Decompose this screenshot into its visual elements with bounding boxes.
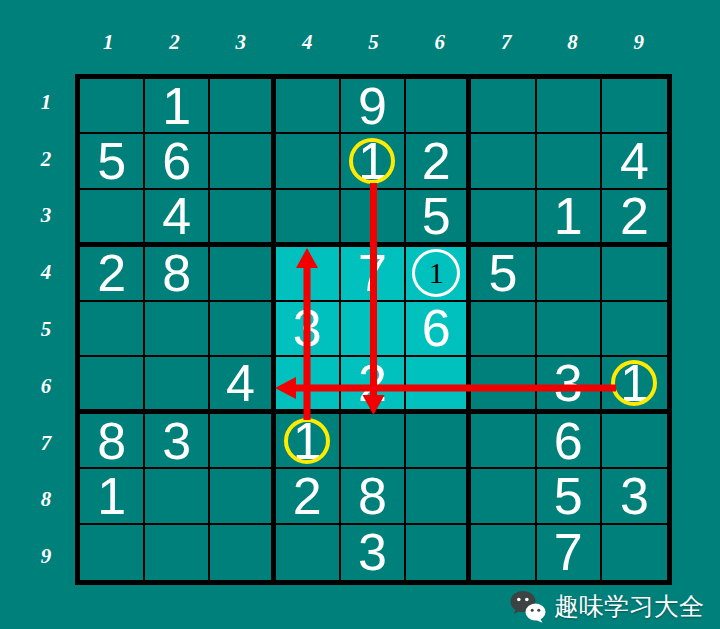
digit-r8c4: 2 [293, 470, 322, 522]
row-label-9: 9 [30, 528, 62, 585]
cell-r2c8[interactable] [537, 134, 602, 189]
col-label-3: 3 [208, 26, 274, 58]
digit-r2c1: 5 [97, 135, 126, 187]
cell-r7c3[interactable] [210, 414, 275, 469]
col-label-4: 4 [274, 26, 340, 58]
cell-r2c7[interactable] [471, 134, 536, 189]
cell-r3c1[interactable] [80, 190, 145, 247]
cell-r3c2[interactable]: 4 [145, 190, 210, 247]
cell-r8c9[interactable]: 3 [602, 469, 667, 524]
digit-r1c2: 1 [162, 80, 191, 132]
digit-r7c2: 3 [162, 415, 191, 467]
cell-r9c2[interactable] [145, 525, 210, 580]
cell-r9c1[interactable] [80, 525, 145, 580]
col-label-8: 8 [539, 26, 605, 58]
cell-r1c6[interactable] [406, 79, 471, 134]
digit-r8c5: 8 [358, 470, 387, 522]
cell-r6c8[interactable]: 3 [537, 357, 602, 414]
cell-r5c3[interactable] [210, 302, 275, 357]
digit-r8c8: 5 [554, 470, 583, 522]
cell-r4c5[interactable]: 7 [341, 247, 406, 302]
digit-r3c8: 1 [554, 190, 583, 242]
col-label-5: 5 [340, 26, 406, 58]
cell-r8c4[interactable]: 2 [276, 469, 341, 524]
cell-r4c4[interactable] [276, 247, 341, 302]
cell-r6c7[interactable] [471, 357, 536, 414]
digit-r5c4: 3 [293, 302, 322, 354]
digit-r3c9: 2 [620, 190, 649, 242]
cell-r5c2[interactable] [145, 302, 210, 357]
cell-r4c7[interactable]: 5 [471, 247, 536, 302]
cell-r4c6[interactable]: 1 [406, 247, 471, 302]
digit-r7c1: 8 [97, 415, 126, 467]
sudoku-board: 195612445122871536423183161285337 [75, 74, 672, 585]
cell-r7c8[interactable]: 6 [537, 414, 602, 469]
cell-r7c5[interactable] [341, 414, 406, 469]
cell-r1c1[interactable] [80, 79, 145, 134]
cell-r4c1[interactable]: 2 [80, 247, 145, 302]
cell-r2c2[interactable]: 6 [145, 134, 210, 189]
digit-r5c6: 6 [422, 302, 451, 354]
cell-r1c9[interactable] [602, 79, 667, 134]
digit-r8c9: 3 [620, 470, 649, 522]
col-label-7: 7 [473, 26, 539, 58]
cell-r1c4[interactable] [276, 79, 341, 134]
digit-r7c4: 1 [293, 415, 322, 467]
cell-r8c8[interactable]: 5 [537, 469, 602, 524]
column-labels: 123456789 [75, 26, 672, 58]
digit-r4c6: 1 [429, 256, 444, 290]
cell-r9c3[interactable] [210, 525, 275, 580]
digit-r3c6: 5 [422, 190, 451, 242]
cell-r5c7[interactable] [471, 302, 536, 357]
cell-r3c4[interactable] [276, 190, 341, 247]
cell-r7c2[interactable]: 3 [145, 414, 210, 469]
cell-r8c1[interactable]: 1 [80, 469, 145, 524]
cell-r3c3[interactable] [210, 190, 275, 247]
cell-r8c2[interactable] [145, 469, 210, 524]
row-label-6: 6 [30, 358, 62, 415]
cell-r7c1[interactable]: 8 [80, 414, 145, 469]
cell-r5c1[interactable] [80, 302, 145, 357]
cell-r4c3[interactable] [210, 247, 275, 302]
cell-r6c6[interactable] [406, 357, 471, 414]
digit-r2c9: 4 [620, 135, 649, 187]
cell-r5c4[interactable]: 3 [276, 302, 341, 357]
cell-r1c2[interactable]: 1 [145, 79, 210, 134]
cell-r5c5[interactable] [341, 302, 406, 357]
cell-r2c1[interactable]: 5 [80, 134, 145, 189]
digit-r9c5: 3 [358, 526, 387, 578]
cell-r8c7[interactable] [471, 469, 536, 524]
cell-r3c5[interactable] [341, 190, 406, 247]
cell-r2c4[interactable] [276, 134, 341, 189]
cell-r3c9[interactable]: 2 [602, 190, 667, 247]
row-label-4: 4 [30, 244, 62, 301]
row-label-7: 7 [30, 415, 62, 472]
cell-r4c9[interactable] [602, 247, 667, 302]
digit-r7c8: 6 [554, 415, 583, 467]
cell-r7c6[interactable] [406, 414, 471, 469]
col-label-2: 2 [141, 26, 207, 58]
cell-r2c6[interactable]: 2 [406, 134, 471, 189]
row-label-5: 5 [30, 301, 62, 358]
cell-r4c8[interactable] [537, 247, 602, 302]
digit-r4c2: 8 [162, 247, 191, 299]
row-label-8: 8 [30, 471, 62, 528]
cell-r8c3[interactable] [210, 469, 275, 524]
cell-r5c6[interactable]: 6 [406, 302, 471, 357]
cell-r2c3[interactable] [210, 134, 275, 189]
cell-r8c5[interactable]: 8 [341, 469, 406, 524]
cell-r6c5[interactable]: 2 [341, 357, 406, 414]
col-label-1: 1 [75, 26, 141, 58]
watermark-text: 趣味学习大全 [554, 590, 704, 623]
digit-r9c8: 7 [554, 526, 583, 578]
digit-r6c3: 4 [226, 357, 255, 409]
sudoku-diagram: 123456789 123456789 19561244512287153642… [0, 0, 720, 629]
cell-r9c6[interactable] [406, 525, 471, 580]
cell-r1c7[interactable] [471, 79, 536, 134]
digit-r6c9: 1 [620, 357, 649, 409]
digit-r4c1: 2 [97, 247, 126, 299]
col-label-9: 9 [606, 26, 672, 58]
row-labels: 123456789 [30, 74, 62, 585]
cell-r6c9[interactable]: 1 [602, 357, 667, 414]
row-label-2: 2 [30, 131, 62, 188]
digit-r3c2: 4 [162, 190, 191, 242]
wechat-icon [509, 590, 547, 623]
row-label-3: 3 [30, 188, 62, 245]
cell-r1c8[interactable] [537, 79, 602, 134]
cell-r6c4[interactable] [276, 357, 341, 414]
digit-r6c8: 3 [554, 357, 583, 409]
cell-r4c2[interactable]: 8 [145, 247, 210, 302]
cell-r3c6[interactable]: 5 [406, 190, 471, 247]
digit-r2c5: 1 [358, 135, 387, 187]
digit-r4c7: 5 [488, 247, 517, 299]
cell-r6c3[interactable]: 4 [210, 357, 275, 414]
digit-r1c5: 9 [358, 80, 387, 132]
cell-r5c9[interactable] [602, 302, 667, 357]
cell-r1c3[interactable] [210, 79, 275, 134]
digit-r4c5: 7 [358, 247, 387, 299]
cell-r2c5[interactable]: 1 [341, 134, 406, 189]
row-label-1: 1 [30, 74, 62, 131]
cell-r9c4[interactable] [276, 525, 341, 580]
cell-r9c8[interactable]: 7 [537, 525, 602, 580]
cell-r9c9[interactable] [602, 525, 667, 580]
cell-r3c8[interactable]: 1 [537, 190, 602, 247]
cell-r8c6[interactable] [406, 469, 471, 524]
cell-r7c7[interactable] [471, 414, 536, 469]
cell-r5c8[interactable] [537, 302, 602, 357]
cell-r6c1[interactable] [80, 357, 145, 414]
cell-r6c2[interactable] [145, 357, 210, 414]
cell-r3c7[interactable] [471, 190, 536, 247]
digit-r8c1: 1 [97, 470, 126, 522]
digit-r6c5: 2 [358, 357, 387, 409]
digit-r2c2: 6 [162, 135, 191, 187]
cell-r7c9[interactable] [602, 414, 667, 469]
cell-r9c5[interactable]: 3 [341, 525, 406, 580]
cell-r7c4[interactable]: 1 [276, 414, 341, 469]
digit-r2c6: 2 [422, 135, 451, 187]
cell-r1c5[interactable]: 9 [341, 79, 406, 134]
watermark: 趣味学习大全 [509, 590, 704, 623]
cell-r2c9[interactable]: 4 [602, 134, 667, 189]
col-label-6: 6 [407, 26, 473, 58]
cell-r9c7[interactable] [471, 525, 536, 580]
